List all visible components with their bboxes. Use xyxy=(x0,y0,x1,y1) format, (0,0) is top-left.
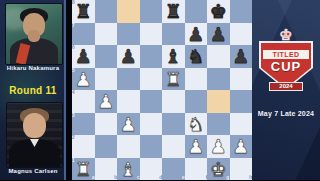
square-a5[interactable]: 5♟ xyxy=(72,68,95,91)
badge-title: TITLED xyxy=(263,50,309,59)
square-b5[interactable] xyxy=(95,68,118,91)
square-d2[interactable] xyxy=(140,135,163,158)
square-g6[interactable] xyxy=(207,45,230,68)
square-d3[interactable] xyxy=(140,113,163,136)
event-date-label: May 7 Late 2024 xyxy=(252,110,320,117)
square-d8[interactable] xyxy=(140,0,163,23)
square-b6[interactable] xyxy=(95,45,118,68)
square-f7[interactable]: ♟ xyxy=(185,23,208,46)
black-knight-f6[interactable]: ♞ xyxy=(187,45,204,67)
player-name-bottom: Magnus Carlsen xyxy=(0,168,66,174)
black-pawn-c6[interactable]: ♟ xyxy=(120,45,137,67)
square-g5[interactable] xyxy=(207,68,230,91)
square-g1[interactable]: g♚ xyxy=(207,158,230,181)
square-e4[interactable] xyxy=(162,90,185,113)
square-d1[interactable]: d xyxy=(140,158,163,181)
square-d6[interactable] xyxy=(140,45,163,68)
square-h4[interactable] xyxy=(230,90,253,113)
white-rook-a1[interactable]: ♜ xyxy=(75,158,92,180)
white-knight-f3[interactable]: ♞ xyxy=(187,113,204,135)
white-pawn-b4[interactable]: ♟ xyxy=(97,90,114,112)
square-c6[interactable]: ♟ xyxy=(117,45,140,68)
titled-cup-badge: ♚ TITLED CUP 2024 xyxy=(252,28,320,98)
white-pawn-a5[interactable]: ♟ xyxy=(75,68,92,90)
square-g8[interactable]: ♚ xyxy=(207,0,230,23)
square-f8[interactable] xyxy=(185,0,208,23)
square-h3[interactable] xyxy=(230,113,253,136)
player-photo-bottom xyxy=(6,102,63,168)
square-c2[interactable] xyxy=(117,135,140,158)
square-b4[interactable]: ♟ xyxy=(95,90,118,113)
square-h2[interactable]: ♟ xyxy=(230,135,253,158)
square-e5[interactable]: ♜ xyxy=(162,68,185,91)
black-pawn-g7[interactable]: ♟ xyxy=(210,23,227,45)
player-name-top: Hikaru Nakamura xyxy=(0,65,66,71)
photo-face xyxy=(23,113,46,138)
square-f1[interactable]: f xyxy=(185,158,208,181)
white-rook-e5[interactable]: ♜ xyxy=(165,68,182,90)
square-b1[interactable]: b xyxy=(95,158,118,181)
square-b2[interactable] xyxy=(95,135,118,158)
square-h6[interactable]: ♟ xyxy=(230,45,253,68)
square-g2[interactable]: ♟ xyxy=(207,135,230,158)
square-f4[interactable] xyxy=(185,90,208,113)
white-king-g1[interactable]: ♚ xyxy=(210,158,227,180)
square-b3[interactable] xyxy=(95,113,118,136)
square-c4[interactable] xyxy=(117,90,140,113)
black-king-g8[interactable]: ♚ xyxy=(210,0,227,22)
white-pawn-f2[interactable]: ♟ xyxy=(187,135,204,157)
square-h5[interactable] xyxy=(230,68,253,91)
square-a6[interactable]: 6♟ xyxy=(72,45,95,68)
rank-label-7: 7 xyxy=(72,23,75,28)
white-pawn-h2[interactable]: ♟ xyxy=(232,135,249,157)
white-pawn-c3[interactable]: ♟ xyxy=(120,113,137,135)
square-a3[interactable]: 3 xyxy=(72,113,95,136)
square-d4[interactable] xyxy=(140,90,163,113)
black-pawn-f7[interactable]: ♟ xyxy=(187,23,204,45)
square-c5[interactable] xyxy=(117,68,140,91)
black-rook-e8[interactable]: ♜ xyxy=(165,0,182,22)
badge-subtitle: CUP xyxy=(261,59,311,74)
square-e3[interactable] xyxy=(162,113,185,136)
square-d5[interactable] xyxy=(140,68,163,91)
square-c3[interactable]: ♟ xyxy=(117,113,140,136)
square-a8[interactable]: 8♜ xyxy=(72,0,95,23)
square-f2[interactable]: ♟ xyxy=(185,135,208,158)
white-pawn-g2[interactable]: ♟ xyxy=(210,135,227,157)
square-c1[interactable]: c♝ xyxy=(117,158,140,181)
square-a2[interactable]: 2 xyxy=(72,135,95,158)
black-bishop-e6[interactable]: ♝ xyxy=(165,45,182,67)
square-d7[interactable] xyxy=(140,23,163,46)
round-label: Round 11 xyxy=(0,85,66,96)
square-f3[interactable]: ♞ xyxy=(185,113,208,136)
square-h1[interactable]: h xyxy=(230,158,253,181)
black-pawn-a6[interactable]: ♟ xyxy=(75,45,92,67)
red-king-icon: ♚ xyxy=(252,28,320,43)
player-photo-top xyxy=(5,3,63,65)
square-a7[interactable]: 7 xyxy=(72,23,95,46)
square-e7[interactable] xyxy=(162,23,185,46)
event-sidebar: ♚ TITLED CUP 2024 May 7 Late 2024 xyxy=(252,0,320,180)
square-c8[interactable] xyxy=(117,0,140,23)
black-rook-a8[interactable]: ♜ xyxy=(75,0,92,22)
black-pawn-h6[interactable]: ♟ xyxy=(232,45,249,67)
square-g3[interactable] xyxy=(207,113,230,136)
square-e1[interactable]: e xyxy=(162,158,185,181)
square-h8[interactable] xyxy=(230,0,253,23)
square-a1[interactable]: 1a♜ xyxy=(72,158,95,181)
square-e6[interactable]: ♝ xyxy=(162,45,185,68)
players-sidebar: Hikaru Nakamura Round 11 Magnus Carlsen xyxy=(0,0,66,180)
square-f5[interactable] xyxy=(185,68,208,91)
white-bishop-c1[interactable]: ♝ xyxy=(120,158,137,180)
broadcast-frame: Hikaru Nakamura Round 11 Magnus Carlsen … xyxy=(0,0,320,180)
rank-label-3: 3 xyxy=(72,113,75,118)
square-e2[interactable] xyxy=(162,135,185,158)
square-f6[interactable]: ♞ xyxy=(185,45,208,68)
square-h7[interactable] xyxy=(230,23,253,46)
photo-hand xyxy=(28,30,40,42)
square-b8[interactable] xyxy=(95,0,118,23)
square-b7[interactable] xyxy=(95,23,118,46)
rank-label-2: 2 xyxy=(72,135,75,140)
rank-label-4: 4 xyxy=(72,90,75,95)
chess-board[interactable]: 8♜♜♚7♟♟6♟♟♝♞♟5♟♜4♟3♟♞2♟♟♟1a♜bc♝defg♚h xyxy=(72,0,252,180)
square-e8[interactable]: ♜ xyxy=(162,0,185,23)
square-c7[interactable] xyxy=(117,23,140,46)
badge-year: 2024 xyxy=(269,82,303,91)
square-a4[interactable]: 4 xyxy=(72,90,95,113)
square-g4[interactable] xyxy=(207,90,230,113)
square-g7[interactable]: ♟ xyxy=(207,23,230,46)
